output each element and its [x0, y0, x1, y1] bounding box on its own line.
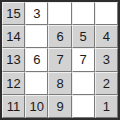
cell-r2c4: 5: [72, 25, 95, 48]
cell-r5c3: 9: [48, 95, 71, 118]
cell-r4c1: 12: [2, 72, 25, 95]
cell-r1c5[interactable]: [95, 2, 118, 25]
cell-r5c2: 10: [25, 95, 48, 118]
cell-r3c1: 13: [2, 48, 25, 71]
cell-r3c4[interactable]: 7: [72, 48, 95, 71]
cell-r2c2[interactable]: [25, 25, 48, 48]
cell-r3c3: 7: [48, 48, 71, 71]
cell-r1c1: 15: [2, 2, 25, 25]
cell-r5c4[interactable]: [72, 95, 95, 118]
cell-r1c4[interactable]: [72, 2, 95, 25]
cell-r5c1: 11: [2, 95, 25, 118]
cell-r3c5: 3: [95, 48, 118, 71]
cell-r3c2[interactable]: 6: [25, 48, 48, 71]
cell-r2c1: 14: [2, 25, 25, 48]
cell-r4c3: 8: [48, 72, 71, 95]
cell-r2c5: 4: [95, 25, 118, 48]
cell-r1c2[interactable]: 3: [25, 2, 48, 25]
cell-r4c5: 2: [95, 72, 118, 95]
cell-r4c4[interactable]: [72, 72, 95, 95]
cell-r1c3[interactable]: [48, 2, 71, 25]
cell-r4c2[interactable]: [25, 72, 48, 95]
cell-r2c3: 6: [48, 25, 71, 48]
puzzle-board: 153146541367731282111091: [0, 0, 120, 120]
cell-r5c5: 1: [95, 95, 118, 118]
